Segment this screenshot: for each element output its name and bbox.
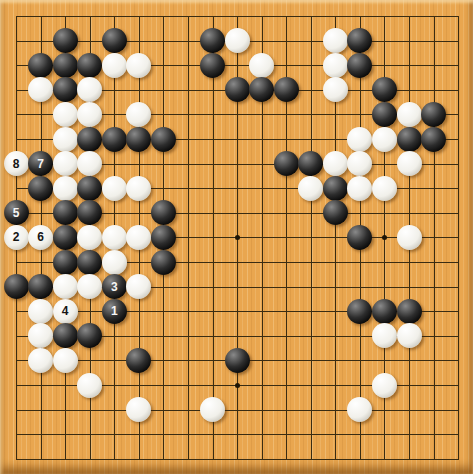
white-stone	[347, 176, 372, 201]
white-stone	[323, 151, 348, 176]
white-stone	[102, 53, 127, 78]
black-stone	[200, 53, 225, 78]
black-stone: 3	[102, 274, 127, 299]
black-stone	[77, 250, 102, 275]
black-stone	[102, 127, 127, 152]
white-stone	[28, 299, 53, 324]
white-stone: 4	[53, 299, 78, 324]
go-board[interactable]: 87526341	[0, 0, 473, 474]
white-stone	[323, 53, 348, 78]
move-number-label: 1	[111, 305, 118, 317]
black-stone	[323, 200, 348, 225]
black-stone	[28, 53, 53, 78]
black-stone	[421, 127, 446, 152]
black-stone	[274, 77, 299, 102]
move-number-label: 7	[37, 157, 44, 169]
white-stone	[372, 176, 397, 201]
black-stone	[77, 127, 102, 152]
white-stone	[298, 176, 323, 201]
white-stone	[53, 176, 78, 201]
black-stone	[4, 274, 29, 299]
black-stone	[77, 53, 102, 78]
white-stone	[397, 151, 422, 176]
white-stone	[323, 28, 348, 53]
black-stone	[53, 53, 78, 78]
black-stone	[225, 77, 250, 102]
white-stone	[102, 250, 127, 275]
white-stone	[77, 225, 102, 250]
black-stone	[53, 77, 78, 102]
white-stone: 8	[4, 151, 29, 176]
white-stone	[397, 102, 422, 127]
white-stone	[249, 53, 274, 78]
black-stone	[397, 127, 422, 152]
black-stone	[151, 127, 176, 152]
move-number-label: 6	[37, 231, 44, 243]
black-stone	[200, 28, 225, 53]
white-stone	[225, 28, 250, 53]
white-stone: 2	[4, 225, 29, 250]
black-stone	[347, 53, 372, 78]
black-stone	[323, 176, 348, 201]
move-number-label: 3	[111, 280, 118, 292]
black-stone	[102, 28, 127, 53]
black-stone	[28, 274, 53, 299]
white-stone	[28, 348, 53, 373]
white-stone	[53, 274, 78, 299]
white-stone	[397, 323, 422, 348]
white-stone	[372, 127, 397, 152]
black-stone	[53, 225, 78, 250]
black-stone	[347, 299, 372, 324]
black-stone	[53, 250, 78, 275]
black-stone	[372, 299, 397, 324]
white-stone	[372, 373, 397, 398]
black-stone	[126, 127, 151, 152]
white-stone	[200, 397, 225, 422]
white-stone	[77, 373, 102, 398]
black-stone	[53, 323, 78, 348]
black-stone	[151, 225, 176, 250]
white-stone	[347, 127, 372, 152]
white-stone	[126, 53, 151, 78]
white-stone	[397, 225, 422, 250]
white-stone	[126, 176, 151, 201]
black-stone: 7	[28, 151, 53, 176]
move-number-label: 2	[13, 231, 20, 243]
black-stone	[151, 250, 176, 275]
white-stone	[53, 127, 78, 152]
white-stone	[53, 102, 78, 127]
white-stone	[77, 102, 102, 127]
move-number-label: 4	[62, 305, 69, 317]
white-stone	[102, 176, 127, 201]
black-stone	[421, 102, 446, 127]
white-stone	[53, 151, 78, 176]
black-stone	[372, 102, 397, 127]
black-stone: 1	[102, 299, 127, 324]
black-stone	[225, 348, 250, 373]
black-stone: 5	[4, 200, 29, 225]
black-stone	[151, 200, 176, 225]
white-stone	[102, 225, 127, 250]
move-number-label: 8	[13, 157, 20, 169]
black-stone	[397, 299, 422, 324]
white-stone	[53, 348, 78, 373]
black-stone	[53, 28, 78, 53]
black-stone	[77, 176, 102, 201]
black-stone	[28, 176, 53, 201]
white-stone: 6	[28, 225, 53, 250]
white-stone	[323, 77, 348, 102]
black-stone	[53, 200, 78, 225]
move-number-label: 5	[13, 206, 20, 218]
black-stone	[274, 151, 299, 176]
